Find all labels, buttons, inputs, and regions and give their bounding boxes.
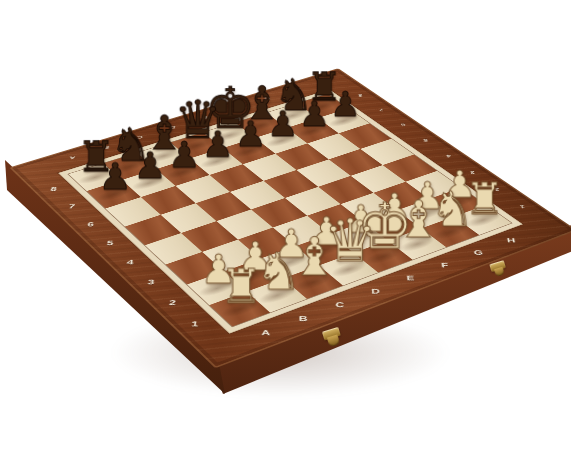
product-photo: AABBCCDDEEFFGGHH1122334455667788 ♜♞♝♛♚♝♞…: [0, 0, 571, 450]
piece-glyph: ♜: [192, 263, 291, 310]
file-label-g-far: G: [261, 94, 274, 100]
file-label-h-far: H: [291, 85, 304, 91]
rank-label-4-far: 4: [441, 151, 455, 158]
scene: AABBCCDDEEFFGGHH1122334455667788 ♜♞♝♛♚♝♞…: [0, 0, 571, 450]
rank-label-7-far: 7: [375, 106, 388, 112]
rank-label-8-far: 8: [354, 91, 367, 97]
file-label-e-far: E: [198, 113, 211, 119]
file-label-f-far: F: [230, 104, 243, 110]
rank-label-6-far: 6: [396, 120, 410, 126]
rank-label-5-far: 5: [418, 136, 432, 143]
file-label-b-far: B: [99, 143, 113, 150]
rank-label-8: 8: [44, 185, 63, 192]
file-label-c-far: C: [133, 133, 147, 139]
file-label-d-far: D: [166, 123, 180, 129]
file-label-a-far: A: [65, 153, 80, 160]
chess-board: AABBCCDDEEFFGGHH1122334455667788 ♜♞♝♛♚♝♞…: [9, 68, 571, 368]
